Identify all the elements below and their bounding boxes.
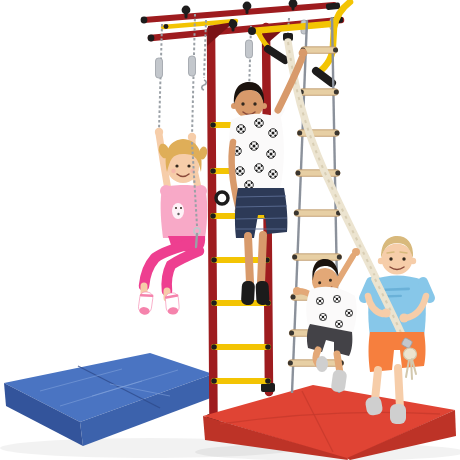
chain-tensioner [156, 58, 163, 78]
girl-hand [188, 133, 196, 141]
boy1-shorts [235, 188, 287, 238]
child-girl [138, 128, 209, 316]
girl-hand [155, 128, 163, 136]
boy1-sock [255, 281, 269, 306]
girl-sock [165, 292, 180, 315]
ladder-left-post [207, 30, 219, 422]
girl-shirt-graphic [172, 203, 184, 219]
arm-grip [268, 49, 285, 60]
boy2-hand [293, 287, 301, 295]
gym-scene [0, 0, 460, 460]
post-hand-grip [216, 192, 228, 204]
boy3-sock [390, 404, 406, 424]
child-boy-rope [364, 236, 430, 424]
chain-s-hook [202, 80, 207, 90]
post-foot-bracket [261, 383, 275, 392]
frame-clamp [326, 2, 341, 10]
back-top-bar [144, 5, 334, 20]
boy2-sock [331, 369, 348, 393]
chain-tensioner [246, 40, 253, 58]
blue-mat [4, 353, 216, 446]
child-boy-rope-ladder [293, 248, 360, 393]
boy2-hand-on-rope [352, 248, 360, 256]
boy1-sock [241, 281, 255, 306]
accessory-chain [204, 20, 206, 78]
arm-clamp [248, 27, 256, 35]
girl-sock [138, 291, 154, 315]
boy3-hand-on-rope [399, 313, 408, 322]
arm-grip [316, 71, 332, 83]
product-photo [0, 0, 460, 460]
girl-far-leg [167, 251, 199, 291]
boy1-hand [299, 49, 308, 58]
boy2-sock [316, 356, 328, 372]
chain-tensioner [189, 56, 196, 76]
boy3-hand-on-rope [381, 308, 390, 317]
